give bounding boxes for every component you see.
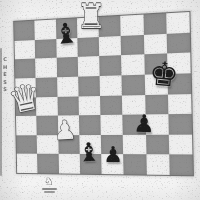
- square-e6: [99, 55, 122, 75]
- square-c8: [55, 18, 77, 38]
- square-b5: [36, 77, 57, 97]
- square-b6: [35, 58, 56, 78]
- square-a8: [14, 21, 35, 41]
- square-h5: [167, 73, 191, 94]
- square-a7: [15, 40, 36, 60]
- square-h1: [169, 155, 193, 176]
- square-a4: [16, 97, 37, 116]
- square-d1: [79, 154, 101, 174]
- square-b2: [37, 135, 58, 154]
- square-f7: [121, 35, 144, 56]
- square-d7: [77, 37, 99, 57]
- square-c6: [56, 57, 78, 77]
- square-d5: [78, 76, 100, 96]
- square-h3: [168, 114, 192, 135]
- chess-board: [13, 11, 194, 176]
- square-g8: [143, 13, 166, 34]
- square-g5: [144, 74, 167, 95]
- square-f6: [121, 55, 144, 76]
- square-e1: [101, 154, 124, 174]
- square-h8: [166, 12, 190, 33]
- square-d6: [78, 56, 100, 76]
- square-g7: [143, 33, 166, 54]
- square-h2: [169, 134, 193, 154]
- square-g4: [145, 94, 168, 114]
- square-h6: [167, 53, 191, 74]
- square-h7: [166, 32, 190, 53]
- square-f3: [123, 115, 146, 135]
- square-b1: [37, 154, 58, 173]
- square-c5: [57, 77, 79, 97]
- square-c4: [57, 96, 79, 116]
- logo-text-line-2: [44, 191, 55, 193]
- square-e5: [100, 75, 123, 95]
- square-f4: [122, 95, 145, 115]
- square-e7: [99, 36, 122, 57]
- square-f2: [123, 135, 146, 155]
- square-e8: [98, 16, 121, 37]
- square-g3: [145, 114, 168, 134]
- square-b8: [35, 19, 56, 39]
- square-c3: [57, 115, 79, 135]
- square-a3: [16, 116, 37, 135]
- square-d8: [77, 17, 99, 38]
- square-d4: [78, 96, 100, 116]
- square-d3: [79, 115, 101, 135]
- square-e2: [101, 135, 124, 155]
- square-b3: [37, 116, 58, 135]
- square-c2: [58, 135, 80, 154]
- chessboard-photo: ♜♝♚♛♟♟♝♟ CHESS ♘: [0, 0, 200, 200]
- square-d2: [79, 135, 101, 155]
- square-b7: [35, 39, 56, 59]
- maker-logo: ♘: [36, 176, 62, 197]
- square-b4: [36, 96, 57, 116]
- square-a1: [17, 154, 38, 173]
- square-e4: [100, 95, 123, 115]
- square-f5: [122, 75, 145, 95]
- square-a2: [16, 135, 37, 154]
- square-g6: [144, 54, 167, 75]
- square-g2: [146, 134, 169, 154]
- knight-logo-icon: ♘: [44, 176, 54, 187]
- square-h4: [168, 94, 192, 115]
- board-side-label: CHESS: [1, 56, 8, 120]
- square-c7: [56, 38, 78, 58]
- square-c1: [58, 154, 80, 174]
- logo-text-line: [42, 188, 57, 190]
- square-e3: [100, 115, 123, 135]
- square-f8: [120, 15, 143, 36]
- square-g1: [146, 155, 169, 175]
- square-a5: [15, 78, 36, 98]
- square-f1: [123, 154, 146, 174]
- square-a6: [15, 59, 36, 79]
